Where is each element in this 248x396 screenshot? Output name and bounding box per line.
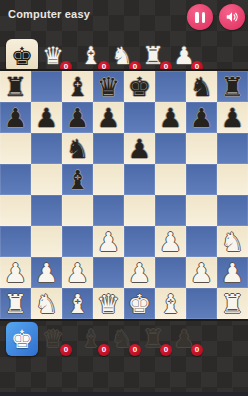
bottom-edge xyxy=(0,392,248,396)
square-g5[interactable] xyxy=(186,164,217,195)
white-knight-captured-slot: ♞0 xyxy=(106,39,138,73)
white-bishop-captured-slot: ♝0 xyxy=(75,39,107,73)
square-f6[interactable] xyxy=(155,133,186,164)
white-pawn: ♟ xyxy=(4,260,27,286)
black-bishop: ♝ xyxy=(66,167,89,193)
black-pawn: ♟ xyxy=(4,105,27,131)
square-b8[interactable] xyxy=(31,71,62,102)
white-pawn: ♟ xyxy=(97,229,120,255)
square-f5[interactable] xyxy=(155,164,186,195)
square-c3[interactable] xyxy=(62,226,93,257)
square-h1[interactable]: ♜ xyxy=(217,288,248,319)
white-queen-captured-slot: ♛0 xyxy=(37,39,69,73)
square-b7[interactable]: ♟ xyxy=(31,102,62,133)
square-d6[interactable] xyxy=(93,133,124,164)
black-bishop-captured-slot: ♝0 xyxy=(75,322,107,356)
captured-count-badge: 0 xyxy=(191,344,203,356)
square-a5[interactable] xyxy=(0,164,31,195)
square-d7[interactable]: ♟ xyxy=(93,102,124,133)
black-rook-captured-slot: ♜0 xyxy=(137,322,169,356)
square-c5[interactable]: ♝ xyxy=(62,164,93,195)
square-b2[interactable]: ♟ xyxy=(31,257,62,288)
square-c2[interactable]: ♟ xyxy=(62,257,93,288)
square-a7[interactable]: ♟ xyxy=(0,102,31,133)
square-b6[interactable] xyxy=(31,133,62,164)
square-h5[interactable] xyxy=(217,164,248,195)
square-d2[interactable] xyxy=(93,257,124,288)
square-g6[interactable] xyxy=(186,133,217,164)
black-pawn: ♟ xyxy=(66,105,89,131)
black-bishop: ♝ xyxy=(66,74,89,100)
square-a8[interactable]: ♜ xyxy=(0,71,31,102)
square-b5[interactable] xyxy=(31,164,62,195)
square-d4[interactable] xyxy=(93,195,124,226)
square-h3[interactable]: ♞ xyxy=(217,226,248,257)
white-queen: ♛ xyxy=(97,291,120,317)
black-rook: ♜ xyxy=(221,74,244,100)
white-pawn: ♟ xyxy=(128,260,151,286)
square-e3[interactable] xyxy=(124,226,155,257)
square-e7[interactable] xyxy=(124,102,155,133)
chess-board[interactable]: ♜♝♛♚♞♜♟♟♟♟♟♟♟♞♟♝♟♟♞♟♟♟♟♟♟♜♞♝♛♚♝♜ xyxy=(0,71,248,319)
sound-on-icon xyxy=(225,10,239,24)
square-c4[interactable] xyxy=(62,195,93,226)
square-c1[interactable]: ♝ xyxy=(62,288,93,319)
black-pawn: ♟ xyxy=(159,105,182,131)
square-d5[interactable] xyxy=(93,164,124,195)
square-f8[interactable] xyxy=(155,71,186,102)
black-rook: ♜ xyxy=(4,74,27,100)
app-screen: Computer easy ♚ ♛0♝0♞0♜0♟0 ♜♝♛♚♞♜♟♟♟♟♟♟♟… xyxy=(0,0,248,396)
square-c6[interactable]: ♞ xyxy=(62,133,93,164)
square-h8[interactable]: ♜ xyxy=(217,71,248,102)
square-a3[interactable] xyxy=(0,226,31,257)
black-knight: ♞ xyxy=(66,136,89,162)
white-king-turn-indicator: ♚ xyxy=(6,322,38,356)
square-d3[interactable]: ♟ xyxy=(93,226,124,257)
white-bishop: ♝ xyxy=(66,291,89,317)
black-king-icon: ♚ xyxy=(11,44,33,69)
square-b3[interactable] xyxy=(31,226,62,257)
square-d1[interactable]: ♛ xyxy=(93,288,124,319)
white-pawn-captured-slot: ♟0 xyxy=(168,39,200,73)
white-king: ♚ xyxy=(128,291,151,317)
square-a2[interactable]: ♟ xyxy=(0,257,31,288)
game-mode-title: Computer easy xyxy=(8,8,90,20)
square-h7[interactable]: ♟ xyxy=(217,102,248,133)
white-pawn: ♟ xyxy=(66,260,89,286)
square-e8[interactable]: ♚ xyxy=(124,71,155,102)
black-queen-captured-slot: ♛0 xyxy=(37,322,69,356)
square-h6[interactable] xyxy=(217,133,248,164)
square-g2[interactable]: ♟ xyxy=(186,257,217,288)
black-knight-captured-slot: ♞0 xyxy=(106,322,138,356)
square-f4[interactable] xyxy=(155,195,186,226)
black-pawn-captured-slot: ♟0 xyxy=(168,322,200,356)
white-rook-captured-slot: ♜0 xyxy=(137,39,169,73)
white-bishop: ♝ xyxy=(159,291,182,317)
square-a4[interactable] xyxy=(0,195,31,226)
bottom-tray: ♚ ♛0♝0♞0♜0♟0 xyxy=(0,320,248,358)
square-f3[interactable]: ♟ xyxy=(155,226,186,257)
square-e1[interactable]: ♚ xyxy=(124,288,155,319)
white-pawn: ♟ xyxy=(190,260,213,286)
white-pawn: ♟ xyxy=(221,260,244,286)
square-f2[interactable] xyxy=(155,257,186,288)
captured-count-badge: 0 xyxy=(60,344,72,356)
square-b4[interactable] xyxy=(31,195,62,226)
square-h4[interactable] xyxy=(217,195,248,226)
top-tray: ♚ ♛0♝0♞0♜0♟0 xyxy=(0,37,248,75)
square-e6[interactable]: ♟ xyxy=(124,133,155,164)
black-knight: ♞ xyxy=(190,74,213,100)
square-f1[interactable]: ♝ xyxy=(155,288,186,319)
black-queen: ♛ xyxy=(97,74,120,100)
square-e2[interactable]: ♟ xyxy=(124,257,155,288)
black-pawn: ♟ xyxy=(35,105,58,131)
black-pawn: ♟ xyxy=(128,136,151,162)
square-e4[interactable] xyxy=(124,195,155,226)
black-pawn: ♟ xyxy=(221,105,244,131)
white-pawn: ♟ xyxy=(159,229,182,255)
square-g3[interactable] xyxy=(186,226,217,257)
square-g4[interactable] xyxy=(186,195,217,226)
square-g8[interactable]: ♞ xyxy=(186,71,217,102)
pause-icon xyxy=(195,12,205,23)
square-g1[interactable] xyxy=(186,288,217,319)
square-c8[interactable]: ♝ xyxy=(62,71,93,102)
black-king-indicator: ♚ xyxy=(6,39,38,73)
black-pawn: ♟ xyxy=(97,105,120,131)
square-f7[interactable]: ♟ xyxy=(155,102,186,133)
square-e5[interactable] xyxy=(124,164,155,195)
white-knight: ♞ xyxy=(221,229,244,255)
white-rook: ♜ xyxy=(4,291,27,317)
white-king-icon: ♚ xyxy=(11,327,33,352)
black-king: ♚ xyxy=(128,74,151,100)
sound-button[interactable] xyxy=(219,4,245,30)
white-knight: ♞ xyxy=(35,291,58,317)
pause-button[interactable] xyxy=(187,4,213,30)
white-pawn: ♟ xyxy=(35,260,58,286)
square-g7[interactable]: ♟ xyxy=(186,102,217,133)
square-a6[interactable] xyxy=(0,133,31,164)
white-rook: ♜ xyxy=(221,291,244,317)
square-h2[interactable]: ♟ xyxy=(217,257,248,288)
square-b1[interactable]: ♞ xyxy=(31,288,62,319)
square-a1[interactable]: ♜ xyxy=(0,288,31,319)
square-d8[interactable]: ♛ xyxy=(93,71,124,102)
black-pawn: ♟ xyxy=(190,105,213,131)
square-c7[interactable]: ♟ xyxy=(62,102,93,133)
